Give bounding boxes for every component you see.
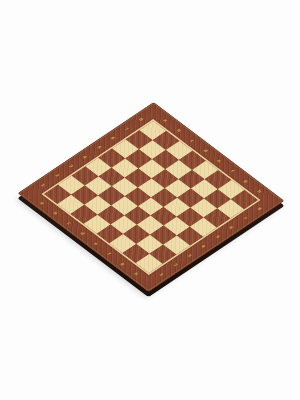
product-photo-scene: abcdefgh abcdefgh 87654321 87654321 (0, 0, 300, 400)
playing-field (41, 119, 260, 275)
chessboard: abcdefgh abcdefgh 87654321 87654321 (17, 102, 284, 292)
